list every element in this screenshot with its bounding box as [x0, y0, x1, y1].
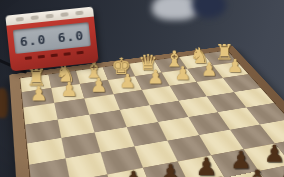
clock-button[interactable]: [60, 12, 68, 17]
chess-clock: 6.0 6.0: [5, 7, 98, 72]
clock-front-mark: [76, 51, 83, 55]
chess-piece-black-queen[interactable]: ♛: [206, 173, 235, 177]
chess-piece-black-pawn[interactable]: ♟: [159, 162, 181, 177]
clock-time-right: 6.0: [57, 27, 85, 45]
board-square-d4[interactable]: [150, 101, 189, 122]
clock-front-mark: [50, 54, 57, 58]
chess-piece-black-pawn[interactable]: ♟: [122, 169, 145, 177]
chess-piece-white-pawn[interactable]: ♟: [174, 65, 191, 84]
chess-piece-white-pawn[interactable]: ♟: [201, 61, 217, 79]
chess-piece-white-pawn[interactable]: ♟: [60, 80, 78, 100]
chess-piece-black-bishop[interactable]: ♝: [243, 166, 272, 177]
clock-body: 6.0 6.0: [6, 16, 98, 71]
chess-piece-white-pawn[interactable]: ♟: [119, 72, 136, 91]
chess-piece-white-pawn[interactable]: ♟: [227, 57, 243, 75]
clock-lcd: 6.0 6.0: [13, 22, 91, 54]
board-square-a2[interactable]: ♟: [213, 62, 249, 78]
clock-front-mark: [37, 55, 44, 59]
board-square-f4[interactable]: [89, 110, 127, 133]
offboard-piece-silhouette: [0, 88, 8, 118]
board-square-b4[interactable]: [207, 92, 247, 112]
clock-button[interactable]: [30, 15, 38, 20]
clock-button[interactable]: [45, 14, 53, 19]
chess-piece-white-pawn[interactable]: ♟: [30, 84, 48, 104]
clock-button[interactable]: [75, 11, 83, 16]
chess-piece-black-knight[interactable]: ♞: [278, 159, 284, 177]
clock-time-left: 6.0: [19, 31, 47, 49]
board-square-h6[interactable]: [29, 158, 70, 177]
board-square-g3[interactable]: [54, 99, 89, 120]
scene: ♜♞♝♚♛♝♞♜♟♟♟♟♟♟♟♟♟♟♟♟♟♟♟♟♜♞♝♚♛♝♞♜ 6.0 6.0: [0, 0, 284, 177]
board-square-d3[interactable]: [142, 86, 179, 105]
board-square-f5[interactable]: [95, 127, 135, 152]
chess-piece-white-pawn[interactable]: ♟: [90, 76, 107, 95]
chess-piece-white-pawn[interactable]: ♟: [147, 68, 164, 87]
chess-piece-black-pawn[interactable]: ♟: [83, 176, 106, 177]
clock-front-mark: [24, 56, 31, 60]
chessboard-squares: ♜♞♝♚♛♝♞♜♟♟♟♟♟♟♟♟♟♟♟♟♟♟♟♟♜♞♝♚♛♝♞♜: [20, 51, 284, 177]
board-square-h4[interactable]: [25, 120, 61, 144]
clock-button[interactable]: [16, 17, 24, 22]
background-dark-figure: [192, 0, 226, 18]
clock-front-mark: [63, 52, 70, 56]
